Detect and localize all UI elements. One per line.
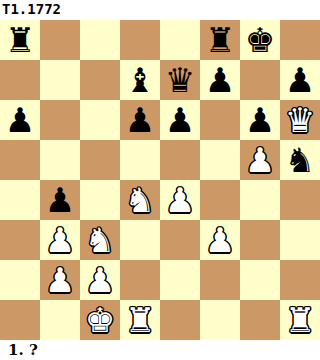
piece-white-pawn: ♟ bbox=[85, 260, 115, 300]
square-g2[interactable] bbox=[240, 260, 280, 300]
piece-black-pawn: ♟ bbox=[205, 60, 235, 100]
piece-black-rook: ♜ bbox=[5, 20, 35, 60]
square-c6[interactable] bbox=[80, 100, 120, 140]
square-c4[interactable] bbox=[80, 180, 120, 220]
square-e6[interactable]: ♟ bbox=[160, 100, 200, 140]
square-g7[interactable] bbox=[240, 60, 280, 100]
piece-white-rook: ♜ bbox=[125, 300, 155, 340]
square-b6[interactable] bbox=[40, 100, 80, 140]
piece-black-pawn: ♟ bbox=[45, 180, 75, 220]
square-f1[interactable] bbox=[200, 300, 240, 340]
square-a5[interactable] bbox=[0, 140, 40, 180]
square-h3[interactable] bbox=[280, 220, 320, 260]
square-f4[interactable] bbox=[200, 180, 240, 220]
square-e3[interactable] bbox=[160, 220, 200, 260]
square-g1[interactable] bbox=[240, 300, 280, 340]
square-b4[interactable]: ♟ bbox=[40, 180, 80, 220]
square-c3[interactable]: ♞ bbox=[80, 220, 120, 260]
square-b7[interactable] bbox=[40, 60, 80, 100]
square-c8[interactable] bbox=[80, 20, 120, 60]
piece-black-bishop: ♝ bbox=[125, 60, 155, 100]
square-c5[interactable] bbox=[80, 140, 120, 180]
square-c2[interactable]: ♟ bbox=[80, 260, 120, 300]
square-a1[interactable] bbox=[0, 300, 40, 340]
square-e1[interactable] bbox=[160, 300, 200, 340]
square-a6[interactable]: ♟ bbox=[0, 100, 40, 140]
piece-black-pawn: ♟ bbox=[5, 100, 35, 140]
square-h8[interactable] bbox=[280, 20, 320, 60]
square-d1[interactable]: ♜ bbox=[120, 300, 160, 340]
piece-black-knight: ♞ bbox=[285, 140, 315, 180]
square-h1[interactable]: ♜ bbox=[280, 300, 320, 340]
square-f2[interactable] bbox=[200, 260, 240, 300]
square-a3[interactable] bbox=[0, 220, 40, 260]
piece-black-king: ♚ bbox=[245, 20, 275, 60]
square-b2[interactable]: ♟ bbox=[40, 260, 80, 300]
piece-white-knight: ♞ bbox=[125, 180, 155, 220]
square-d5[interactable] bbox=[120, 140, 160, 180]
square-a4[interactable] bbox=[0, 180, 40, 220]
square-c1[interactable]: ♚ bbox=[80, 300, 120, 340]
piece-black-pawn: ♟ bbox=[285, 60, 315, 100]
piece-white-pawn: ♟ bbox=[45, 260, 75, 300]
square-h5[interactable]: ♞ bbox=[280, 140, 320, 180]
puzzle-id: T1.1772 bbox=[0, 0, 320, 20]
square-d7[interactable]: ♝ bbox=[120, 60, 160, 100]
piece-black-pawn: ♟ bbox=[125, 100, 155, 140]
piece-white-queen: ♛ bbox=[285, 100, 315, 140]
square-a2[interactable] bbox=[0, 260, 40, 300]
square-b3[interactable]: ♟ bbox=[40, 220, 80, 260]
square-h6[interactable]: ♛ bbox=[280, 100, 320, 140]
square-d4[interactable]: ♞ bbox=[120, 180, 160, 220]
piece-black-pawn: ♟ bbox=[245, 100, 275, 140]
piece-white-rook: ♜ bbox=[285, 300, 315, 340]
square-d6[interactable]: ♟ bbox=[120, 100, 160, 140]
square-g4[interactable] bbox=[240, 180, 280, 220]
square-g5[interactable]: ♟ bbox=[240, 140, 280, 180]
piece-white-pawn: ♟ bbox=[45, 220, 75, 260]
square-e2[interactable] bbox=[160, 260, 200, 300]
square-g3[interactable] bbox=[240, 220, 280, 260]
square-c7[interactable] bbox=[80, 60, 120, 100]
square-a7[interactable] bbox=[0, 60, 40, 100]
square-g6[interactable]: ♟ bbox=[240, 100, 280, 140]
square-a8[interactable]: ♜ bbox=[0, 20, 40, 60]
square-e8[interactable] bbox=[160, 20, 200, 60]
piece-white-knight: ♞ bbox=[85, 220, 115, 260]
square-b1[interactable] bbox=[40, 300, 80, 340]
square-e4[interactable]: ♟ bbox=[160, 180, 200, 220]
square-d3[interactable] bbox=[120, 220, 160, 260]
piece-white-pawn: ♟ bbox=[245, 140, 275, 180]
square-e5[interactable] bbox=[160, 140, 200, 180]
chess-board: ♜♜♚♝♛♟♟♟♟♟♟♛♟♞♟♞♟♟♞♟♟♟♚♜♜ bbox=[0, 20, 320, 340]
square-b5[interactable] bbox=[40, 140, 80, 180]
piece-black-pawn: ♟ bbox=[165, 100, 195, 140]
piece-white-pawn: ♟ bbox=[165, 180, 195, 220]
square-d8[interactable] bbox=[120, 20, 160, 60]
square-f5[interactable] bbox=[200, 140, 240, 180]
move-prompt: 1. ? bbox=[0, 340, 320, 360]
square-h7[interactable]: ♟ bbox=[280, 60, 320, 100]
square-e7[interactable]: ♛ bbox=[160, 60, 200, 100]
piece-white-pawn: ♟ bbox=[205, 220, 235, 260]
square-d2[interactable] bbox=[120, 260, 160, 300]
square-f8[interactable]: ♜ bbox=[200, 20, 240, 60]
square-f3[interactable]: ♟ bbox=[200, 220, 240, 260]
square-g8[interactable]: ♚ bbox=[240, 20, 280, 60]
piece-white-king: ♚ bbox=[85, 300, 115, 340]
piece-black-rook: ♜ bbox=[205, 20, 235, 60]
square-h2[interactable] bbox=[280, 260, 320, 300]
square-f6[interactable] bbox=[200, 100, 240, 140]
square-f7[interactable]: ♟ bbox=[200, 60, 240, 100]
square-b8[interactable] bbox=[40, 20, 80, 60]
square-h4[interactable] bbox=[280, 180, 320, 220]
piece-black-queen: ♛ bbox=[165, 60, 195, 100]
